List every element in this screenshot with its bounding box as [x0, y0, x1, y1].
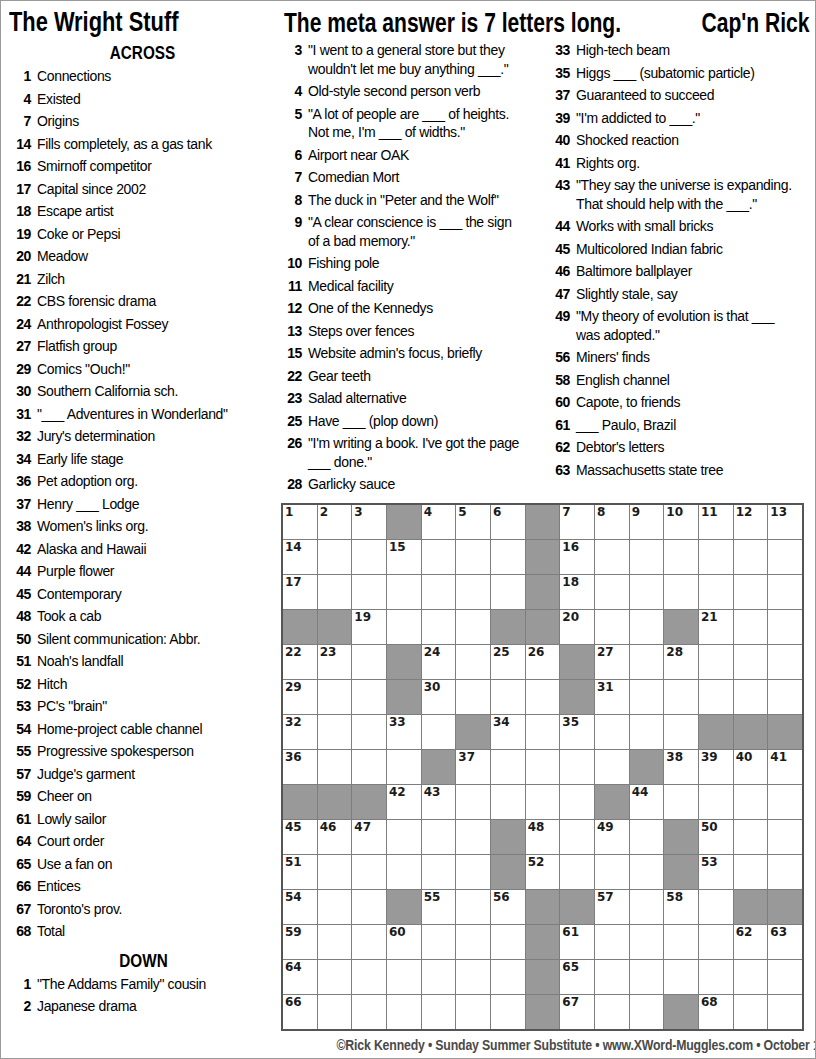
grid-cell-r4c9[interactable]: 20: [560, 610, 594, 644]
grid-cell-r5c10[interactable]: 27: [595, 645, 629, 679]
grid-cell-r5c2[interactable]: 23: [318, 645, 352, 679]
grid-cell-r6c3[interactable]: [352, 680, 386, 714]
clue-text: Total: [37, 922, 65, 941]
grid-cell-r11c5[interactable]: [422, 855, 456, 889]
clue-number: 61: [550, 416, 570, 435]
grid-cell-r14c4[interactable]: [387, 960, 421, 994]
clue-text: Medical facility: [308, 277, 393, 296]
grid-cell-r6c10[interactable]: 31: [595, 680, 629, 714]
down-clue-5: 5"A lot of people are ___ of heights. No…: [284, 105, 550, 142]
grid-cell-r11c15[interactable]: [768, 855, 802, 889]
grid-cell-r8c9[interactable]: [560, 750, 594, 784]
grid-cell-r4c13[interactable]: 21: [699, 610, 733, 644]
grid-cell-r2c11[interactable]: [630, 540, 664, 574]
cell-number-13: 13: [770, 505, 787, 519]
grid-cell-r2c14[interactable]: [734, 540, 768, 574]
grid-cell-r12c1[interactable]: 54: [283, 890, 317, 924]
grid-cell-r2c7[interactable]: [491, 540, 525, 574]
clue-text: Massachusetts state tree: [576, 461, 723, 480]
cell-number-7: 7: [562, 505, 570, 519]
grid-cell-r13c2[interactable]: [318, 925, 352, 959]
down-clue-33: 33High-tech beam: [550, 41, 813, 60]
grid-cell-r14c15[interactable]: [768, 960, 802, 994]
down-clue-40: 40Shocked reaction: [550, 131, 813, 150]
grid-cell-r7c5[interactable]: [422, 715, 456, 749]
grid-cell-r12c5[interactable]: 55: [422, 890, 456, 924]
grid-cell-r3c12[interactable]: [664, 575, 698, 609]
grid-cell-r3c11[interactable]: [630, 575, 664, 609]
cell-number-38: 38: [666, 750, 683, 764]
grid-cell-r7c7[interactable]: 34: [491, 715, 525, 749]
grid-cell-r14c11[interactable]: [630, 960, 664, 994]
grid-cell-r4c10[interactable]: [595, 610, 629, 644]
across-clue-22: 22CBS forensic drama: [9, 292, 277, 311]
grid-cell-r5c5[interactable]: 24: [422, 645, 456, 679]
cell-number-16: 16: [562, 540, 579, 554]
grid-cell-r3c15[interactable]: [768, 575, 802, 609]
clue-number: 25: [284, 412, 302, 431]
grid-cell-r11c6[interactable]: [456, 855, 490, 889]
grid-cell-r13c3[interactable]: [352, 925, 386, 959]
grid-cell-r13c11[interactable]: [630, 925, 664, 959]
clue-number: 28: [284, 475, 302, 494]
grid-cell-r8c14[interactable]: 40: [734, 750, 768, 784]
grid-cell-r6c7[interactable]: [491, 680, 525, 714]
grid-cell-r15c5[interactable]: [422, 995, 456, 1029]
down-clue-10: 10Fishing pole: [284, 254, 550, 273]
clue-number: 32: [9, 427, 31, 446]
grid-cell-r10c2[interactable]: 46: [318, 820, 352, 854]
grid-cell-black-r7c14: [734, 715, 768, 749]
grid-cell-r14c2[interactable]: [318, 960, 352, 994]
grid-cell-r2c5[interactable]: [422, 540, 456, 574]
grid-cell-r9c15[interactable]: [768, 785, 802, 819]
grid-cell-r5c1[interactable]: 22: [283, 645, 317, 679]
grid-cell-r7c10[interactable]: [595, 715, 629, 749]
grid-cell-r9c12[interactable]: [664, 785, 698, 819]
grid-cell-r1c9[interactable]: 7: [560, 505, 594, 539]
grid-cell-r2c10[interactable]: [595, 540, 629, 574]
grid-cell-r3c14[interactable]: [734, 575, 768, 609]
grid-cell-r3c5[interactable]: [422, 575, 456, 609]
grid-cell-r8c13[interactable]: 39: [699, 750, 733, 784]
across-clue-50: 50Silent communication: Abbr.: [9, 630, 277, 649]
grid-cell-r14c14[interactable]: [734, 960, 768, 994]
across-clue-18: 18Escape artist: [9, 202, 277, 221]
clue-text: Noah's landfall: [37, 652, 123, 671]
grid-cell-r10c3[interactable]: 47: [352, 820, 386, 854]
grid-cell-r14c6[interactable]: [456, 960, 490, 994]
clue-text: "A clear conscience is ___ the sign of a…: [308, 213, 512, 250]
grid-cell-r14c7[interactable]: [491, 960, 525, 994]
down-clue-list-right: 33High-tech beam35Higgs ___ (subatomic p…: [550, 41, 813, 483]
grid-cell-r1c5[interactable]: 4: [422, 505, 456, 539]
grid-cell-r12c13[interactable]: [699, 890, 733, 924]
grid-cell-r3c2[interactable]: [318, 575, 352, 609]
grid-cell-r9c4[interactable]: 42: [387, 785, 421, 819]
grid-cell-r11c2[interactable]: [318, 855, 352, 889]
grid-cell-r7c12[interactable]: [664, 715, 698, 749]
grid-cell-r8c4[interactable]: [387, 750, 421, 784]
grid-cell-r12c7[interactable]: 56: [491, 890, 525, 924]
cell-number-48: 48: [528, 820, 545, 834]
clue-number: 55: [9, 742, 31, 761]
grid-cell-r10c9[interactable]: [560, 820, 594, 854]
cell-number-33: 33: [389, 715, 406, 729]
grid-cell-r1c10[interactable]: 8: [595, 505, 629, 539]
grid-cell-r5c13[interactable]: [699, 645, 733, 679]
clue-text: Existed: [37, 90, 80, 109]
clue-text: "A lot of people are ___ of heights. Not…: [308, 105, 509, 142]
grid-cell-r10c13[interactable]: 50: [699, 820, 733, 854]
grid-cell-black-r12c4: [387, 890, 421, 924]
across-clue-48: 48Took a cab: [9, 607, 277, 626]
clue-number: 36: [9, 472, 31, 491]
cell-number-59: 59: [285, 925, 302, 939]
grid-cell-r1c3[interactable]: 3: [352, 505, 386, 539]
grid-cell-r6c8[interactable]: [526, 680, 560, 714]
cell-number-11: 11: [701, 505, 718, 519]
clue-text: Shocked reaction: [576, 131, 679, 150]
down-clue-26: 26"I'm writing a book. I've got the page…: [284, 434, 550, 471]
grid-cell-r13c13[interactable]: [699, 925, 733, 959]
cell-number-49: 49: [597, 820, 614, 834]
grid-cell-r9c6[interactable]: [456, 785, 490, 819]
grid-cell-r4c4[interactable]: [387, 610, 421, 644]
clue-number: 7: [9, 112, 31, 131]
grid-cell-black-r9c3: [352, 785, 386, 819]
cell-number-68: 68: [701, 995, 718, 1009]
grid-cell-r6c12[interactable]: [664, 680, 698, 714]
cell-number-52: 52: [528, 855, 545, 869]
cell-number-10: 10: [666, 505, 683, 519]
grid-cell-r7c4[interactable]: 33: [387, 715, 421, 749]
clue-text: Anthropologist Fossey: [37, 315, 168, 334]
grid-cell-r7c1[interactable]: 32: [283, 715, 317, 749]
grid-cell-r9c11[interactable]: 44: [630, 785, 664, 819]
grid-cell-r11c3[interactable]: [352, 855, 386, 889]
grid-cell-r6c11[interactable]: [630, 680, 664, 714]
grid-cell-r5c12[interactable]: 28: [664, 645, 698, 679]
clue-number: 9: [284, 213, 302, 250]
grid-cell-r8c1[interactable]: 36: [283, 750, 317, 784]
down-clue-35: 35Higgs ___ (subatomic particle): [550, 64, 813, 83]
clue-number: 48: [9, 607, 31, 626]
grid-cell-black-r11c7: [491, 855, 525, 889]
clue-number: 14: [9, 135, 31, 154]
grid-cell-r8c2[interactable]: [318, 750, 352, 784]
clue-number: 67: [9, 900, 31, 919]
grid-cell-r2c4[interactable]: 15: [387, 540, 421, 574]
grid-cell-r3c9[interactable]: 18: [560, 575, 594, 609]
grid-cell-r5c6[interactable]: [456, 645, 490, 679]
clue-number: 6: [284, 146, 302, 165]
grid-cell-r6c2[interactable]: [318, 680, 352, 714]
grid-cell-r13c1[interactable]: 59: [283, 925, 317, 959]
grid-cell-r10c4[interactable]: [387, 820, 421, 854]
grid-cell-r11c8[interactable]: 52: [526, 855, 560, 889]
clue-text: Origins: [37, 112, 79, 131]
grid-cell-r15c9[interactable]: 67: [560, 995, 594, 1029]
clue-text: Judge's garment: [37, 765, 135, 784]
clue-text: Higgs ___ (subatomic particle): [576, 64, 755, 83]
grid-cell-r15c2[interactable]: [318, 995, 352, 1029]
grid-cell-r7c3[interactable]: [352, 715, 386, 749]
clue-number: 45: [9, 585, 31, 604]
grid-cell-r15c14[interactable]: [734, 995, 768, 1029]
grid-cell-r14c5[interactable]: [422, 960, 456, 994]
grid-cell-r5c8[interactable]: 26: [526, 645, 560, 679]
cell-number-9: 9: [632, 505, 640, 519]
grid-cell-r11c10[interactable]: [595, 855, 629, 889]
grid-cell-r12c11[interactable]: [630, 890, 664, 924]
clue-text: Garlicky sauce: [308, 475, 395, 494]
grid-cell-r5c7[interactable]: 25: [491, 645, 525, 679]
clue-text: "___ Adventures in Wonderland": [37, 405, 228, 424]
grid-cell-r2c2[interactable]: [318, 540, 352, 574]
grid-cell-r1c12[interactable]: 10: [664, 505, 698, 539]
grid-cell-r3c13[interactable]: [699, 575, 733, 609]
grid-cell-r11c9[interactable]: [560, 855, 594, 889]
clue-number: 8: [284, 191, 302, 210]
down-clue-61: 61___ Paulo, Brazil: [550, 416, 813, 435]
grid-cell-r6c5[interactable]: 30: [422, 680, 456, 714]
grid-cell-black-r7c15: [768, 715, 802, 749]
down-clue-28: 28Garlicky sauce: [284, 475, 550, 494]
clue-text: Home-project cable channel: [37, 720, 202, 739]
crossword-puzzle-page: The Wright Stuff ACROSS 1Connections4Exi…: [0, 0, 816, 1059]
cell-number-26: 26: [528, 645, 545, 659]
grid-cell-r8c3[interactable]: [352, 750, 386, 784]
grid-cell-r13c10[interactable]: [595, 925, 629, 959]
clue-number: 12: [284, 299, 302, 318]
grid-cell-r14c13[interactable]: [699, 960, 733, 994]
cell-number-39: 39: [701, 750, 718, 764]
clue-text: Guaranteed to succeed: [576, 86, 714, 105]
grid-cell-r2c15[interactable]: [768, 540, 802, 574]
clue-number: 43: [550, 176, 570, 213]
grid-cell-r10c15[interactable]: [768, 820, 802, 854]
grid-cell-r14c10[interactable]: [595, 960, 629, 994]
grid-cell-r6c15[interactable]: [768, 680, 802, 714]
grid-cell-r15c1[interactable]: 66: [283, 995, 317, 1029]
clue-text: Women's links org.: [37, 517, 148, 536]
grid-cell-r11c4[interactable]: [387, 855, 421, 889]
grid-cell-r7c2[interactable]: [318, 715, 352, 749]
grid-cell-r9c14[interactable]: [734, 785, 768, 819]
grid-cell-r5c15[interactable]: [768, 645, 802, 679]
grid-cell-r8c6[interactable]: 37: [456, 750, 490, 784]
down-clue-58: 58English channel: [550, 371, 813, 390]
grid-cell-r2c3[interactable]: [352, 540, 386, 574]
grid-cell-r2c1[interactable]: 14: [283, 540, 317, 574]
grid-cell-r8c15[interactable]: 41: [768, 750, 802, 784]
grid-cell-r10c8[interactable]: 48: [526, 820, 560, 854]
grid-cell-r13c4[interactable]: 60: [387, 925, 421, 959]
grid-cell-r2c13[interactable]: [699, 540, 733, 574]
grid-cell-r7c11[interactable]: [630, 715, 664, 749]
grid-cell-black-r2c8: [526, 540, 560, 574]
down-clue-22: 22Gear teeth: [284, 367, 550, 386]
clue-text: Fishing pole: [308, 254, 379, 273]
across-clue-19: 19Coke or Pepsi: [9, 225, 277, 244]
across-clue-36: 36Pet adoption org.: [9, 472, 277, 491]
grid-cell-r3c4[interactable]: [387, 575, 421, 609]
clue-text: Jury's determination: [37, 427, 155, 446]
grid-cell-r4c11[interactable]: [630, 610, 664, 644]
across-clue-14: 14Fills completely, as a gas tank: [9, 135, 277, 154]
grid-cell-r14c3[interactable]: [352, 960, 386, 994]
clue-text: Debtor's letters: [576, 438, 664, 457]
clue-text: Miners' finds: [576, 348, 650, 367]
grid-cell-r11c11[interactable]: [630, 855, 664, 889]
cell-number-20: 20: [562, 610, 579, 624]
grid-cell-r5c3[interactable]: [352, 645, 386, 679]
clue-number: 59: [9, 787, 31, 806]
clue-text: One of the Kennedys: [308, 299, 433, 318]
grid-cell-r14c9[interactable]: 65: [560, 960, 594, 994]
grid-cell-r11c14[interactable]: [734, 855, 768, 889]
cell-number-1: 1: [285, 505, 293, 519]
grid-cell-r6c1[interactable]: 29: [283, 680, 317, 714]
grid-cell-r7c8[interactable]: [526, 715, 560, 749]
grid-cell-r1c13[interactable]: 11: [699, 505, 733, 539]
grid-cell-r3c7[interactable]: [491, 575, 525, 609]
grid-cell-r5c11[interactable]: [630, 645, 664, 679]
cell-number-3: 3: [354, 505, 362, 519]
grid-cell-r10c6[interactable]: [456, 820, 490, 854]
grid-cell-r10c11[interactable]: [630, 820, 664, 854]
across-clue-45: 45Contemporary: [9, 585, 277, 604]
grid-cell-r6c6[interactable]: [456, 680, 490, 714]
grid-cell-r12c6[interactable]: [456, 890, 490, 924]
grid-cell-r1c1[interactable]: 1: [283, 505, 317, 539]
grid-cell-r15c7[interactable]: [491, 995, 525, 1029]
grid-cell-r13c5[interactable]: [422, 925, 456, 959]
clue-number: 4: [9, 90, 31, 109]
grid-cell-r3c3[interactable]: [352, 575, 386, 609]
grid-cell-r13c9[interactable]: 61: [560, 925, 594, 959]
grid-cell-r8c10[interactable]: [595, 750, 629, 784]
grid-cell-r14c12[interactable]: [664, 960, 698, 994]
grid-cell-r4c5[interactable]: [422, 610, 456, 644]
cell-number-2: 2: [320, 505, 328, 519]
grid-cell-r1c11[interactable]: 9: [630, 505, 664, 539]
clue-number: 18: [9, 202, 31, 221]
grid-cell-r15c11[interactable]: [630, 995, 664, 1029]
grid-cell-r1c2[interactable]: 2: [318, 505, 352, 539]
cell-number-65: 65: [562, 960, 579, 974]
cell-number-63: 63: [770, 925, 787, 939]
grid-cell-r10c1[interactable]: 45: [283, 820, 317, 854]
clue-number: 23: [284, 389, 302, 408]
grid-cell-r1c15[interactable]: 13: [768, 505, 802, 539]
grid-cell-r15c13[interactable]: 68: [699, 995, 733, 1029]
grid-cell-r1c14[interactable]: 12: [734, 505, 768, 539]
meta-title: The meta answer is 7 letters long.: [284, 7, 716, 39]
clue-text: Japanese drama: [37, 997, 136, 1016]
grid-cell-r6c14[interactable]: [734, 680, 768, 714]
grid-cell-r14c1[interactable]: 64: [283, 960, 317, 994]
grid-cell-r8c12[interactable]: 38: [664, 750, 698, 784]
grid-cell-r3c1[interactable]: 17: [283, 575, 317, 609]
cell-number-57: 57: [597, 890, 614, 904]
grid-cell-r9c8[interactable]: [526, 785, 560, 819]
grid-cell-r13c12[interactable]: [664, 925, 698, 959]
grid-cell-r9c5[interactable]: 43: [422, 785, 456, 819]
across-clue-21: 21Zilch: [9, 270, 277, 289]
grid-cell-r15c6[interactable]: [456, 995, 490, 1029]
grid-cell-r2c9[interactable]: 16: [560, 540, 594, 574]
grid-cell-r13c14[interactable]: 62: [734, 925, 768, 959]
grid-cell-r1c6[interactable]: 5: [456, 505, 490, 539]
grid-cell-r12c10[interactable]: 57: [595, 890, 629, 924]
across-clue-53: 53PC's "brain": [9, 697, 277, 716]
grid-cell-r12c2[interactable]: [318, 890, 352, 924]
grid-cell-r3c6[interactable]: [456, 575, 490, 609]
grid-cell-r4c6[interactable]: [456, 610, 490, 644]
clue-text: Progressive spokesperson: [37, 742, 194, 761]
grid-cell-r2c12[interactable]: [664, 540, 698, 574]
down-clue-4: 4Old-style second person verb: [284, 82, 550, 101]
grid-cell-r1c7[interactable]: 6: [491, 505, 525, 539]
grid-cell-r13c6[interactable]: [456, 925, 490, 959]
grid-cell-r13c15[interactable]: 63: [768, 925, 802, 959]
grid-cell-r8c8[interactable]: [526, 750, 560, 784]
down-clue-15: 15Website admin's focus, briefly: [284, 344, 550, 363]
grid-cell-r10c10[interactable]: 49: [595, 820, 629, 854]
grid-cell-r10c14[interactable]: [734, 820, 768, 854]
grid-cell-r9c7[interactable]: [491, 785, 525, 819]
grid-cell-r12c3[interactable]: [352, 890, 386, 924]
grid-cell-r12c12[interactable]: 58: [664, 890, 698, 924]
clue-number: 52: [9, 675, 31, 694]
grid-cell-r11c13[interactable]: 53: [699, 855, 733, 889]
grid-cell-r8c7[interactable]: [491, 750, 525, 784]
grid-cell-r10c5[interactable]: [422, 820, 456, 854]
page-title-text: The Wright Stuff: [9, 5, 178, 39]
grid-cell-r6c13[interactable]: [699, 680, 733, 714]
clue-number: 50: [9, 630, 31, 649]
down-clue-46: 46Baltimore ballplayer: [550, 262, 813, 281]
clue-number: 53: [9, 697, 31, 716]
grid-cell-r7c9[interactable]: 35: [560, 715, 594, 749]
grid-cell-r4c3[interactable]: 19: [352, 610, 386, 644]
grid-cell-r15c15[interactable]: [768, 995, 802, 1029]
grid-cell-r3c10[interactable]: [595, 575, 629, 609]
grid-cell-r9c9[interactable]: [560, 785, 594, 819]
grid-cell-r2c6[interactable]: [456, 540, 490, 574]
clue-text: Toronto's prov.: [37, 900, 122, 919]
grid-cell-r15c3[interactable]: [352, 995, 386, 1029]
footer-credits: ©Rick Kennedy • Sunday Summer Substitute…: [279, 1036, 813, 1053]
grid-cell-r5c14[interactable]: [734, 645, 768, 679]
grid-cell-r11c1[interactable]: 51: [283, 855, 317, 889]
down-clue-49: 49"My theory of evolution is that ___ wa…: [550, 307, 813, 344]
grid-cell-r13c7[interactable]: [491, 925, 525, 959]
grid-cell-r9c13[interactable]: [699, 785, 733, 819]
grid-cell-r4c14[interactable]: [734, 610, 768, 644]
grid-cell-r15c10[interactable]: [595, 995, 629, 1029]
byline-title: Cap'n Rick: [671, 7, 809, 39]
grid-cell-r15c4[interactable]: [387, 995, 421, 1029]
cell-number-55: 55: [424, 890, 441, 904]
grid-cell-r4c15[interactable]: [768, 610, 802, 644]
grid-cell-black-r12c14: [734, 890, 768, 924]
down-clue-23: 23Salad alternative: [284, 389, 550, 408]
clue-text: Lowly sailor: [37, 810, 106, 829]
clue-text: Capital since 2002: [37, 180, 146, 199]
